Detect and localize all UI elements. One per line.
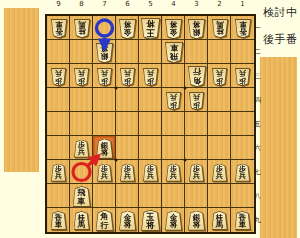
piece-歩兵-44[interactable]: 歩兵: [166, 92, 181, 110]
piece-歩兵-37[interactable]: 歩兵: [189, 164, 204, 182]
piece-金将-61[interactable]: 金将: [119, 19, 136, 39]
piece-香車-99[interactable]: 香車: [51, 211, 67, 230]
turn-indicator: 後手番: [263, 32, 298, 47]
piece-桂馬-29[interactable]: 桂馬: [212, 211, 228, 230]
file-label-2: 2: [208, 0, 231, 9]
piece-銀将-76[interactable]: 銀将: [96, 139, 113, 159]
piece-銀将-72[interactable]: 銀将: [96, 43, 113, 63]
piece-歩兵-73[interactable]: 歩兵: [97, 68, 112, 86]
file-label-9: 9: [47, 0, 70, 9]
piece-銀将-39[interactable]: 銀将: [188, 211, 205, 231]
piece-歩兵-57[interactable]: 歩兵: [143, 164, 158, 182]
piece-歩兵-67[interactable]: 歩兵: [120, 164, 135, 182]
file-label-6: 6: [116, 0, 139, 9]
piece-歩兵-97[interactable]: 歩兵: [51, 164, 66, 182]
file-label-3: 3: [185, 0, 208, 9]
piece-歩兵-23[interactable]: 歩兵: [212, 68, 227, 86]
sente-piece-stand[interactable]: [4, 8, 39, 172]
piece-歩兵-63[interactable]: 歩兵: [120, 68, 135, 86]
piece-歩兵-17[interactable]: 歩兵: [235, 164, 250, 182]
piece-香車-11[interactable]: 香車: [235, 19, 251, 38]
gote-piece-stand[interactable]: [260, 57, 297, 238]
piece-歩兵-34[interactable]: 歩兵: [189, 92, 204, 110]
piece-角行-33[interactable]: 角行: [188, 66, 206, 87]
piece-歩兵-86[interactable]: 歩兵: [74, 140, 89, 158]
piece-飛車-88[interactable]: 飛車: [73, 186, 91, 207]
piece-桂馬-89[interactable]: 桂馬: [74, 211, 90, 230]
piece-桂馬-21[interactable]: 桂馬: [212, 19, 228, 38]
file-label-4: 4: [162, 0, 185, 9]
file-label-5: 5: [139, 0, 162, 9]
piece-香車-91[interactable]: 香車: [51, 19, 67, 38]
shogi-board[interactable]: 香車桂馬金将王将金将銀将桂馬香車銀将飛車歩兵歩兵歩兵歩兵歩兵角行歩兵歩兵歩兵歩兵…: [45, 14, 256, 234]
piece-歩兵-27[interactable]: 歩兵: [212, 164, 227, 182]
piece-金将-69[interactable]: 金将: [119, 211, 136, 231]
piece-金将-49[interactable]: 金将: [165, 211, 182, 231]
piece-歩兵-47[interactable]: 歩兵: [166, 164, 181, 182]
piece-桂馬-81[interactable]: 桂馬: [74, 19, 90, 38]
pieces-layer: 香車桂馬金将王将金将銀将桂馬香車銀将飛車歩兵歩兵歩兵歩兵歩兵角行歩兵歩兵歩兵歩兵…: [47, 16, 254, 232]
piece-歩兵-77[interactable]: 歩兵: [97, 164, 112, 182]
piece-金将-41[interactable]: 金将: [165, 19, 182, 39]
piece-銀将-31[interactable]: 銀将: [188, 19, 205, 39]
piece-歩兵-53[interactable]: 歩兵: [143, 68, 158, 86]
piece-香車-19[interactable]: 香車: [235, 211, 251, 230]
piece-歩兵-83[interactable]: 歩兵: [74, 68, 89, 86]
piece-飛車-42[interactable]: 飛車: [165, 42, 183, 63]
file-label-1: 1: [231, 0, 254, 9]
status-label: 検討中: [263, 5, 298, 20]
file-label-8: 8: [70, 0, 93, 9]
file-labels: 987654321: [47, 0, 254, 9]
piece-王将-51[interactable]: 王将: [141, 18, 160, 40]
file-label-7: 7: [93, 0, 116, 9]
piece-歩兵-93[interactable]: 歩兵: [51, 68, 66, 86]
piece-歩兵-13[interactable]: 歩兵: [235, 68, 250, 86]
piece-角行-79[interactable]: 角行: [96, 210, 114, 231]
piece-玉将-59[interactable]: 玉将: [141, 210, 160, 232]
